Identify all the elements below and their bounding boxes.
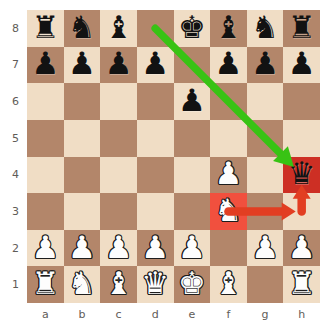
square-h6[interactable] — [283, 83, 320, 120]
square-d4[interactable] — [137, 157, 174, 194]
square-d1[interactable]: ♛ — [137, 266, 174, 303]
piece-white-pawn[interactable]: ♟ — [288, 232, 316, 263]
piece-white-knight[interactable]: ♞ — [68, 268, 96, 299]
square-c3[interactable] — [100, 193, 137, 230]
piece-white-king[interactable]: ♚ — [178, 268, 206, 299]
square-h7[interactable]: ♟ — [283, 47, 320, 84]
piece-black-pawn[interactable]: ♟ — [178, 85, 206, 116]
rank-labels: 87654321 — [0, 10, 27, 303]
square-f4[interactable]: ♟ — [210, 157, 247, 194]
square-c5[interactable] — [100, 120, 137, 157]
square-h2[interactable]: ♟ — [283, 230, 320, 267]
square-a6[interactable] — [27, 83, 64, 120]
piece-black-knight[interactable]: ♞ — [251, 12, 279, 43]
square-b4[interactable] — [64, 157, 101, 194]
square-h4[interactable]: ♛ — [283, 157, 320, 194]
square-g7[interactable]: ♟ — [247, 47, 284, 84]
square-b7[interactable]: ♟ — [64, 47, 101, 84]
square-h8[interactable]: ♜ — [283, 10, 320, 47]
piece-white-rook[interactable]: ♜ — [288, 268, 316, 299]
piece-black-pawn[interactable]: ♟ — [105, 48, 133, 79]
square-b1[interactable]: ♞ — [64, 266, 101, 303]
file-labels: abcdefgh — [27, 303, 320, 328]
rank-label-1: 1 — [0, 266, 27, 303]
file-label-c: c — [100, 303, 137, 328]
square-a1[interactable]: ♜ — [27, 266, 64, 303]
square-b6[interactable] — [64, 83, 101, 120]
square-c4[interactable] — [100, 157, 137, 194]
square-f3[interactable]: ♞ — [210, 193, 247, 230]
square-g4[interactable] — [247, 157, 284, 194]
square-a4[interactable] — [27, 157, 64, 194]
square-h3[interactable] — [283, 193, 320, 230]
square-d3[interactable] — [137, 193, 174, 230]
square-f8[interactable]: ♝ — [210, 10, 247, 47]
square-g3[interactable] — [247, 193, 284, 230]
rank-label-7: 7 — [0, 47, 27, 84]
piece-white-pawn[interactable]: ♟ — [68, 232, 96, 263]
rank-label-4: 4 — [0, 157, 27, 194]
piece-black-rook[interactable]: ♜ — [31, 12, 59, 43]
piece-white-pawn[interactable]: ♟ — [215, 158, 243, 189]
file-label-g: g — [247, 303, 284, 328]
square-d6[interactable] — [137, 83, 174, 120]
square-b2[interactable]: ♟ — [64, 230, 101, 267]
square-f6[interactable] — [210, 83, 247, 120]
square-a7[interactable]: ♟ — [27, 47, 64, 84]
piece-white-pawn[interactable]: ♟ — [31, 232, 59, 263]
piece-black-pawn[interactable]: ♟ — [288, 48, 316, 79]
piece-white-pawn[interactable]: ♟ — [251, 232, 279, 263]
piece-white-rook[interactable]: ♜ — [31, 268, 59, 299]
file-label-f: f — [210, 303, 247, 328]
square-b8[interactable]: ♞ — [64, 10, 101, 47]
piece-black-king[interactable]: ♚ — [178, 12, 206, 43]
piece-white-bishop[interactable]: ♝ — [105, 268, 133, 299]
chess-board: ♜♞♝♚♝♞♜♟♟♟♟♟♟♟♟♟♛♞♟♟♟♟♟♟♟♜♞♝♛♚♝♜ — [27, 10, 320, 303]
square-e3[interactable] — [174, 193, 211, 230]
square-e4[interactable] — [174, 157, 211, 194]
chess-position-screenshot: 87654321 ♜♞♝♚♝♞♜♟♟♟♟♟♟♟♟♟♛♞♟♟♟♟♟♟♟♜♞♝♛♚♝… — [0, 0, 330, 328]
piece-black-rook[interactable]: ♜ — [288, 12, 316, 43]
square-d8[interactable] — [137, 10, 174, 47]
piece-white-pawn[interactable]: ♟ — [141, 232, 169, 263]
square-a8[interactable]: ♜ — [27, 10, 64, 47]
square-g1[interactable] — [247, 266, 284, 303]
square-a2[interactable]: ♟ — [27, 230, 64, 267]
piece-white-queen[interactable]: ♛ — [141, 268, 169, 299]
square-c2[interactable]: ♟ — [100, 230, 137, 267]
square-e8[interactable]: ♚ — [174, 10, 211, 47]
square-f5[interactable] — [210, 120, 247, 157]
piece-white-bishop[interactable]: ♝ — [215, 268, 243, 299]
piece-black-bishop[interactable]: ♝ — [215, 12, 243, 43]
square-g5[interactable] — [247, 120, 284, 157]
square-d7[interactable]: ♟ — [137, 47, 174, 84]
square-e6[interactable]: ♟ — [174, 83, 211, 120]
piece-white-knight[interactable]: ♞ — [215, 195, 243, 226]
piece-black-bishop[interactable]: ♝ — [105, 12, 133, 43]
square-e7[interactable] — [174, 47, 211, 84]
rank-label-8: 8 — [0, 10, 27, 47]
square-d5[interactable] — [137, 120, 174, 157]
piece-black-knight[interactable]: ♞ — [68, 12, 96, 43]
piece-black-pawn[interactable]: ♟ — [141, 48, 169, 79]
square-e5[interactable] — [174, 120, 211, 157]
rank-label-3: 3 — [0, 193, 27, 230]
piece-black-pawn[interactable]: ♟ — [251, 48, 279, 79]
square-g6[interactable] — [247, 83, 284, 120]
square-c8[interactable]: ♝ — [100, 10, 137, 47]
square-g8[interactable]: ♞ — [247, 10, 284, 47]
rank-label-6: 6 — [0, 83, 27, 120]
square-b5[interactable] — [64, 120, 101, 157]
file-label-h: h — [283, 303, 320, 328]
file-label-b: b — [64, 303, 101, 328]
piece-white-pawn[interactable]: ♟ — [105, 232, 133, 263]
square-a5[interactable] — [27, 120, 64, 157]
rank-label-5: 5 — [0, 120, 27, 157]
piece-white-pawn[interactable]: ♟ — [178, 232, 206, 263]
piece-black-pawn[interactable]: ♟ — [68, 48, 96, 79]
file-label-e: e — [174, 303, 211, 328]
square-h5[interactable] — [283, 120, 320, 157]
square-f1[interactable]: ♝ — [210, 266, 247, 303]
square-e1[interactable]: ♚ — [174, 266, 211, 303]
square-d2[interactable]: ♟ — [137, 230, 174, 267]
square-h1[interactable]: ♜ — [283, 266, 320, 303]
square-c1[interactable]: ♝ — [100, 266, 137, 303]
piece-black-pawn[interactable]: ♟ — [215, 48, 243, 79]
square-a3[interactable] — [27, 193, 64, 230]
file-label-a: a — [27, 303, 64, 328]
square-f2[interactable] — [210, 230, 247, 267]
piece-black-pawn[interactable]: ♟ — [31, 48, 59, 79]
square-e2[interactable]: ♟ — [174, 230, 211, 267]
piece-black-queen[interactable]: ♛ — [288, 158, 316, 189]
square-g2[interactable]: ♟ — [247, 230, 284, 267]
square-c7[interactable]: ♟ — [100, 47, 137, 84]
square-f7[interactable]: ♟ — [210, 47, 247, 84]
square-c6[interactable] — [100, 83, 137, 120]
file-label-d: d — [137, 303, 174, 328]
square-b3[interactable] — [64, 193, 101, 230]
rank-label-2: 2 — [0, 230, 27, 267]
